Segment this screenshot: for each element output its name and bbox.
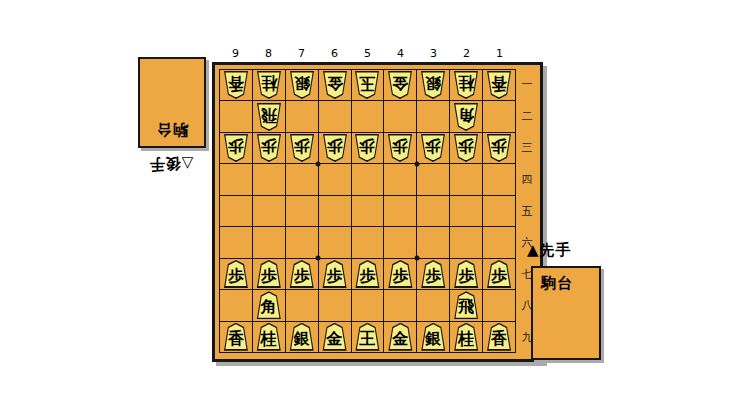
piece-kanji: 銀 (425, 75, 441, 91)
square-9-7[interactable]: 歩 (220, 259, 252, 289)
square-8-7[interactable]: 歩 (253, 259, 285, 289)
piece-gote-bishop[interactable]: 角 (453, 103, 479, 131)
gote-komadai-label: 駒台 (140, 120, 204, 139)
square-8-2[interactable]: 飛 (253, 101, 285, 131)
square-7-3[interactable]: 歩 (286, 133, 318, 163)
piece-kanji: 角 (261, 299, 277, 315)
square-2-2[interactable]: 角 (450, 101, 482, 131)
piece-sente-pawn[interactable]: 歩 (354, 260, 380, 288)
rank-label-1: 一 (516, 69, 538, 101)
piece-sente-pawn[interactable]: 歩 (453, 260, 479, 288)
file-number-4: 4 (384, 47, 417, 61)
square-2-7[interactable]: 歩 (450, 259, 482, 289)
file-number-2: 2 (450, 47, 483, 61)
piece-kanji: 玉 (359, 75, 375, 91)
square-4-8[interactable] (384, 290, 416, 320)
square-8-8[interactable]: 角 (253, 290, 285, 320)
piece-gote-pawn[interactable]: 歩 (486, 134, 512, 162)
square-1-7[interactable]: 歩 (483, 259, 515, 289)
square-3-9[interactable]: 銀 (417, 322, 449, 352)
square-6-8[interactable] (319, 290, 351, 320)
square-7-1[interactable]: 銀 (286, 70, 318, 100)
square-5-5[interactable] (352, 196, 384, 226)
piece-gote-silver[interactable]: 銀 (420, 71, 446, 99)
square-1-5[interactable] (483, 196, 515, 226)
piece-sente-bishop[interactable]: 角 (256, 291, 282, 319)
piece-gote-pawn[interactable]: 歩 (420, 134, 446, 162)
square-2-6[interactable] (450, 227, 482, 257)
piece-gote-gold[interactable]: 金 (387, 71, 413, 99)
piece-gote-king[interactable]: 玉 (354, 71, 380, 99)
square-9-3[interactable]: 歩 (220, 133, 252, 163)
square-3-4[interactable] (417, 164, 449, 194)
piece-sente-pawn[interactable]: 歩 (322, 260, 348, 288)
shogi-board: 香桂銀金玉金銀桂香飛角歩歩歩歩歩歩歩歩歩歩歩歩歩歩歩歩歩歩角飛香桂銀金王金銀桂香… (212, 62, 543, 362)
hoshi-dot (316, 161, 321, 166)
piece-gote-lance[interactable]: 香 (486, 71, 512, 99)
gote-side-label: △後手 (134, 154, 208, 173)
piece-kanji: 歩 (491, 268, 507, 284)
piece-sente-silver[interactable]: 銀 (289, 323, 315, 351)
square-6-4[interactable] (319, 164, 351, 194)
piece-kanji: 歩 (294, 268, 310, 284)
square-1-4[interactable] (483, 164, 515, 194)
hoshi-dot (415, 256, 420, 261)
square-6-5[interactable] (319, 196, 351, 226)
square-7-8[interactable] (286, 290, 318, 320)
file-number-8: 8 (252, 47, 285, 61)
piece-gote-silver[interactable]: 銀 (289, 71, 315, 99)
square-2-9[interactable]: 桂 (450, 322, 482, 352)
square-5-1[interactable]: 玉 (352, 70, 384, 100)
piece-kanji: 歩 (327, 138, 343, 154)
piece-kanji: 金 (392, 75, 408, 91)
square-5-9[interactable]: 王 (352, 322, 384, 352)
square-3-7[interactable]: 歩 (417, 259, 449, 289)
piece-gote-lance[interactable]: 香 (223, 71, 249, 99)
piece-kanji: 歩 (261, 138, 277, 154)
square-2-3[interactable]: 歩 (450, 133, 482, 163)
piece-gote-pawn[interactable]: 歩 (453, 134, 479, 162)
square-3-8[interactable] (417, 290, 449, 320)
piece-kanji: 銀 (294, 331, 310, 347)
square-1-1[interactable]: 香 (483, 70, 515, 100)
square-6-1[interactable]: 金 (319, 70, 351, 100)
square-3-5[interactable] (417, 196, 449, 226)
piece-kanji: 歩 (294, 138, 310, 154)
square-8-6[interactable] (253, 227, 285, 257)
square-1-3[interactable]: 歩 (483, 133, 515, 163)
shogi-app-window: 駒台 △後手 987654321 香桂銀金玉金銀桂香飛角歩歩歩歩歩歩歩歩歩歩歩歩… (0, 0, 750, 400)
square-7-9[interactable]: 銀 (286, 322, 318, 352)
piece-sente-pawn[interactable]: 歩 (289, 260, 315, 288)
piece-sente-silver[interactable]: 銀 (420, 323, 446, 351)
square-5-7[interactable]: 歩 (352, 259, 384, 289)
piece-kanji: 歩 (359, 268, 375, 284)
piece-sente-pawn[interactable]: 歩 (420, 260, 446, 288)
piece-sente-knight[interactable]: 桂 (453, 323, 479, 351)
square-4-4[interactable] (384, 164, 416, 194)
piece-kanji: 金 (327, 75, 343, 91)
piece-gote-knight[interactable]: 桂 (453, 71, 479, 99)
file-number-7: 7 (285, 47, 318, 61)
piece-kanji: 歩 (228, 138, 244, 154)
square-3-1[interactable]: 銀 (417, 70, 449, 100)
square-6-3[interactable]: 歩 (319, 133, 351, 163)
square-9-9[interactable]: 香 (220, 322, 252, 352)
square-4-2[interactable] (384, 101, 416, 131)
piece-kanji: 金 (392, 331, 408, 347)
piece-kanji: 王 (359, 331, 375, 347)
piece-kanji: 歩 (458, 138, 474, 154)
square-5-4[interactable] (352, 164, 384, 194)
square-8-1[interactable]: 桂 (253, 70, 285, 100)
file-number-5: 5 (351, 47, 384, 61)
square-8-3[interactable]: 歩 (253, 133, 285, 163)
rank-label-2: 二 (516, 101, 538, 133)
piece-sente-lance[interactable]: 香 (223, 323, 249, 351)
piece-gote-rook[interactable]: 飛 (256, 103, 282, 131)
rank-label-5: 五 (516, 195, 538, 227)
piece-gote-pawn[interactable]: 歩 (387, 134, 413, 162)
square-3-2[interactable] (417, 101, 449, 131)
piece-sente-pawn[interactable]: 歩 (256, 260, 282, 288)
piece-kanji: 金 (327, 331, 343, 347)
piece-kanji: 歩 (327, 268, 343, 284)
piece-kanji: 桂 (458, 331, 474, 347)
piece-gote-knight[interactable]: 桂 (256, 71, 282, 99)
piece-gote-pawn[interactable]: 歩 (354, 134, 380, 162)
square-7-6[interactable] (286, 227, 318, 257)
square-5-3[interactable]: 歩 (352, 133, 384, 163)
piece-kanji: 歩 (392, 138, 408, 154)
square-1-2[interactable] (483, 101, 515, 131)
piece-kanji: 桂 (261, 75, 277, 91)
piece-sente-lance[interactable]: 香 (486, 323, 512, 351)
rank-label-3: 三 (516, 132, 538, 164)
square-9-8[interactable] (220, 290, 252, 320)
piece-kanji: 角 (458, 107, 474, 123)
square-4-6[interactable] (384, 227, 416, 257)
board-grid: 香桂銀金玉金銀桂香飛角歩歩歩歩歩歩歩歩歩歩歩歩歩歩歩歩歩歩角飛香桂銀金王金銀桂香 (219, 69, 516, 353)
piece-gote-pawn[interactable]: 歩 (256, 134, 282, 162)
piece-kanji: 歩 (359, 138, 375, 154)
square-2-5[interactable] (450, 196, 482, 226)
piece-kanji: 歩 (425, 268, 441, 284)
file-number-9: 9 (219, 47, 252, 61)
square-1-9[interactable]: 香 (483, 322, 515, 352)
piece-kanji: 飛 (458, 299, 474, 315)
piece-sente-gold[interactable]: 金 (322, 323, 348, 351)
piece-kanji: 桂 (458, 75, 474, 91)
square-8-9[interactable]: 桂 (253, 322, 285, 352)
square-8-4[interactable] (253, 164, 285, 194)
file-number-1: 1 (483, 47, 516, 61)
piece-sente-rook[interactable]: 飛 (453, 291, 479, 319)
piece-sente-pawn[interactable]: 歩 (387, 260, 413, 288)
square-9-5[interactable] (220, 196, 252, 226)
square-2-4[interactable] (450, 164, 482, 194)
square-9-4[interactable] (220, 164, 252, 194)
board-grid-area: 香桂銀金玉金銀桂香飛角歩歩歩歩歩歩歩歩歩歩歩歩歩歩歩歩歩歩角飛香桂銀金王金銀桂香 (219, 69, 516, 353)
piece-gote-pawn[interactable]: 歩 (223, 134, 249, 162)
square-7-4[interactable] (286, 164, 318, 194)
square-6-7[interactable]: 歩 (319, 259, 351, 289)
piece-kanji: 歩 (228, 268, 244, 284)
piece-gote-pawn[interactable]: 歩 (289, 134, 315, 162)
square-5-2[interactable] (352, 101, 384, 131)
square-6-2[interactable] (319, 101, 351, 131)
square-4-7[interactable]: 歩 (384, 259, 416, 289)
square-8-5[interactable] (253, 196, 285, 226)
square-4-5[interactable] (384, 196, 416, 226)
square-3-3[interactable]: 歩 (417, 133, 449, 163)
square-4-9[interactable]: 金 (384, 322, 416, 352)
piece-sente-knight[interactable]: 桂 (256, 323, 282, 351)
square-5-6[interactable] (352, 227, 384, 257)
piece-kanji: 歩 (392, 268, 408, 284)
piece-kanji: 銀 (294, 75, 310, 91)
square-1-6[interactable] (483, 227, 515, 257)
file-number-3: 3 (417, 47, 450, 61)
square-7-5[interactable] (286, 196, 318, 226)
piece-kanji: 飛 (261, 107, 277, 123)
square-7-2[interactable] (286, 101, 318, 131)
square-6-6[interactable] (319, 227, 351, 257)
square-6-9[interactable]: 金 (319, 322, 351, 352)
piece-kanji: 桂 (261, 331, 277, 347)
piece-kanji: 歩 (425, 138, 441, 154)
piece-kanji: 銀 (425, 331, 441, 347)
piece-kanji: 香 (228, 75, 244, 91)
sente-side-label: ▲先手 (527, 241, 572, 260)
square-5-8[interactable] (352, 290, 384, 320)
square-4-3[interactable]: 歩 (384, 133, 416, 163)
piece-kanji: 歩 (261, 268, 277, 284)
gote-komadai[interactable]: 駒台 (138, 57, 206, 148)
hoshi-dot (316, 256, 321, 261)
square-9-2[interactable] (220, 101, 252, 131)
piece-kanji: 香 (228, 331, 244, 347)
sente-komadai-label: 駒台 (541, 274, 573, 293)
piece-sente-king[interactable]: 王 (354, 323, 380, 351)
square-1-8[interactable] (483, 290, 515, 320)
file-number-6: 6 (318, 47, 351, 61)
piece-kanji: 歩 (458, 268, 474, 284)
file-number-labels: 987654321 (219, 47, 516, 61)
square-9-6[interactable] (220, 227, 252, 257)
piece-kanji: 香 (491, 75, 507, 91)
square-2-8[interactable]: 飛 (450, 290, 482, 320)
square-2-1[interactable]: 桂 (450, 70, 482, 100)
piece-sente-pawn[interactable]: 歩 (223, 260, 249, 288)
sente-komadai[interactable]: 駒台 (531, 266, 601, 360)
piece-sente-pawn[interactable]: 歩 (486, 260, 512, 288)
square-3-6[interactable] (417, 227, 449, 257)
square-7-7[interactable]: 歩 (286, 259, 318, 289)
piece-kanji: 香 (491, 331, 507, 347)
piece-kanji: 歩 (491, 138, 507, 154)
square-9-1[interactable]: 香 (220, 70, 252, 100)
rank-label-4: 四 (516, 164, 538, 196)
square-4-1[interactable]: 金 (384, 70, 416, 100)
piece-sente-gold[interactable]: 金 (387, 323, 413, 351)
piece-gote-gold[interactable]: 金 (322, 71, 348, 99)
piece-gote-pawn[interactable]: 歩 (322, 134, 348, 162)
hoshi-dot (415, 161, 420, 166)
